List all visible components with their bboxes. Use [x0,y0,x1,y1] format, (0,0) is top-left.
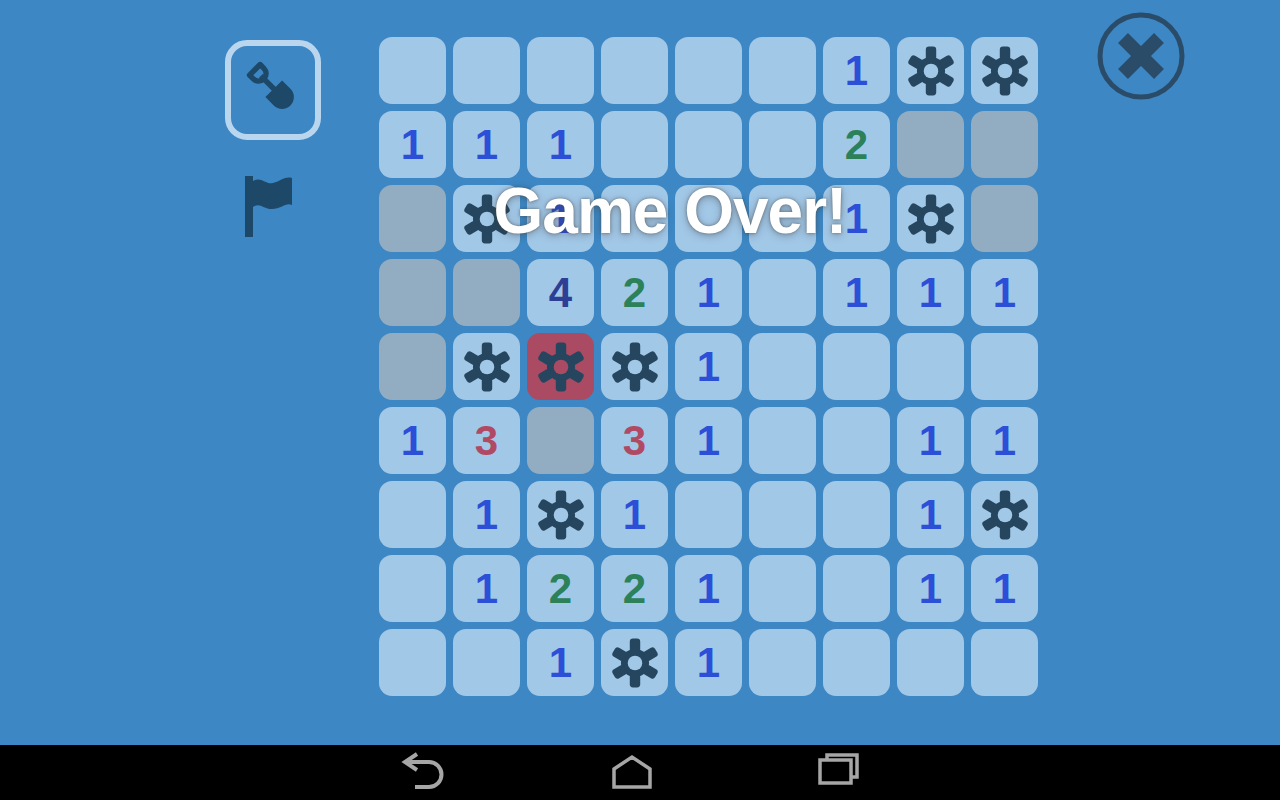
cell-r2c7[interactable]: 2 [823,111,890,178]
flag-tool-button[interactable] [243,176,297,238]
mine-gear-icon [536,490,586,540]
cell-r8c5[interactable]: 1 [675,555,742,622]
cell-r3c9[interactable] [971,185,1038,252]
cell-r2c8[interactable] [897,111,964,178]
cell-r2c1[interactable]: 1 [379,111,446,178]
dig-tool-button[interactable] [225,40,321,140]
cell-r2c3[interactable]: 1 [527,111,594,178]
cell-number: 3 [475,420,498,462]
cell-r5c2[interactable] [453,333,520,400]
mine-gear-icon [610,638,660,688]
cell-r1c1[interactable] [379,37,446,104]
cell-r6c7[interactable] [823,407,890,474]
cell-number: 1 [919,494,942,536]
mine-gear-icon [980,46,1030,96]
cell-r9c4[interactable] [601,629,668,696]
cell-r2c9[interactable] [971,111,1038,178]
cell-number: 1 [845,272,868,314]
mine-gear-icon [610,342,660,392]
mine-gear-icon [906,46,956,96]
cell-r4c1[interactable] [379,259,446,326]
cell-r7c8[interactable]: 1 [897,481,964,548]
cell-r8c8[interactable]: 1 [897,555,964,622]
cell-r6c5[interactable]: 1 [675,407,742,474]
cell-r8c2[interactable]: 1 [453,555,520,622]
cell-r5c8[interactable] [897,333,964,400]
cell-number: 3 [623,420,646,462]
cell-r2c2[interactable]: 1 [453,111,520,178]
cell-number: 1 [549,124,572,166]
cell-number: 1 [623,494,646,536]
recents-button[interactable] [808,753,868,793]
cell-r4c4[interactable]: 2 [601,259,668,326]
cell-number: 1 [993,568,1016,610]
cell-r9c5[interactable]: 1 [675,629,742,696]
cell-r5c4[interactable] [601,333,668,400]
cell-r9c2[interactable] [453,629,520,696]
cell-r1c6[interactable] [749,37,816,104]
cell-r4c9[interactable]: 1 [971,259,1038,326]
cell-number: 1 [475,124,498,166]
cell-r2c6[interactable] [749,111,816,178]
cell-r8c9[interactable]: 1 [971,555,1038,622]
shovel-icon [243,58,303,122]
cell-r7c3[interactable] [527,481,594,548]
cell-number: 1 [919,420,942,462]
cell-r5c6[interactable] [749,333,816,400]
cell-number: 1 [993,272,1016,314]
cell-r1c4[interactable] [601,37,668,104]
cell-r9c9[interactable] [971,629,1038,696]
cell-r4c5[interactable]: 1 [675,259,742,326]
cell-r9c3[interactable]: 1 [527,629,594,696]
close-button[interactable] [1096,11,1186,101]
flag-icon [243,176,297,242]
cell-number: 1 [919,568,942,610]
cell-r9c7[interactable] [823,629,890,696]
cell-number: 1 [697,420,720,462]
cell-r5c9[interactable] [971,333,1038,400]
cell-r2c4[interactable] [601,111,668,178]
cell-r6c2[interactable]: 3 [453,407,520,474]
cell-r8c6[interactable] [749,555,816,622]
cell-r4c3[interactable]: 4 [527,259,594,326]
minesweeper-board: 1 1112 [379,37,1038,696]
cell-number: 1 [845,198,868,240]
cell-r6c4[interactable]: 3 [601,407,668,474]
cell-number: 1 [401,420,424,462]
cell-number: 2 [623,272,646,314]
cell-number: 2 [549,568,572,610]
android-navbar [0,745,1280,800]
home-icon [609,751,655,795]
cell-number: 1 [549,642,572,684]
cell-r2c5[interactable] [675,111,742,178]
mine-gear-icon [536,342,586,392]
cell-r8c3[interactable]: 2 [527,555,594,622]
cell-r9c1[interactable] [379,629,446,696]
back-button[interactable] [393,753,453,793]
cell-r8c7[interactable] [823,555,890,622]
cell-number: 1 [475,494,498,536]
cell-r6c8[interactable]: 1 [897,407,964,474]
cell-number: 1 [697,272,720,314]
cell-r5c5[interactable]: 1 [675,333,742,400]
cell-r7c6[interactable] [749,481,816,548]
cell-number: 1 [401,124,424,166]
cell-r7c5[interactable] [675,481,742,548]
cell-r7c4[interactable]: 1 [601,481,668,548]
cell-number: 2 [623,568,646,610]
home-button[interactable] [602,753,662,793]
cell-number: 1 [697,642,720,684]
cell-number: 4 [549,272,572,314]
cell-number: 1 [993,420,1016,462]
cell-number: 1 [475,568,498,610]
cell-r4c8[interactable]: 1 [897,259,964,326]
cell-r1c5[interactable] [675,37,742,104]
cell-r7c9[interactable] [971,481,1038,548]
cell-r4c2[interactable] [453,259,520,326]
cell-r1c7[interactable]: 1 [823,37,890,104]
cell-r6c1[interactable]: 1 [379,407,446,474]
cell-r6c3[interactable] [527,407,594,474]
cell-r5c3[interactable] [527,333,594,400]
cell-r6c9[interactable]: 1 [971,407,1038,474]
game-over-banner: Game Over! [494,174,847,248]
cell-number: 1 [697,568,720,610]
back-icon [400,751,446,795]
cell-r1c2[interactable] [453,37,520,104]
cell-r4c6[interactable] [749,259,816,326]
cell-r6c6[interactable] [749,407,816,474]
mine-gear-icon [462,342,512,392]
close-icon [1096,87,1186,104]
cell-r7c2[interactable]: 1 [453,481,520,548]
cell-r1c3[interactable] [527,37,594,104]
cell-r9c8[interactable] [897,629,964,696]
mine-gear-icon [980,490,1030,540]
cell-r5c1[interactable] [379,333,446,400]
cell-number: 1 [845,50,868,92]
cell-r7c7[interactable] [823,481,890,548]
cell-r3c8[interactable] [897,185,964,252]
cell-r5c7[interactable] [823,333,890,400]
cell-r1c9[interactable] [971,37,1038,104]
cell-r8c4[interactable]: 2 [601,555,668,622]
cell-r7c1[interactable] [379,481,446,548]
cell-r3c1[interactable] [379,185,446,252]
cell-r4c7[interactable]: 1 [823,259,890,326]
cell-r1c8[interactable] [897,37,964,104]
cell-r9c6[interactable] [749,629,816,696]
mine-gear-icon [906,194,956,244]
cell-r8c1[interactable] [379,555,446,622]
cell-number: 1 [697,346,720,388]
recents-icon [815,751,861,795]
cell-number: 1 [919,272,942,314]
cell-number: 2 [845,124,868,166]
